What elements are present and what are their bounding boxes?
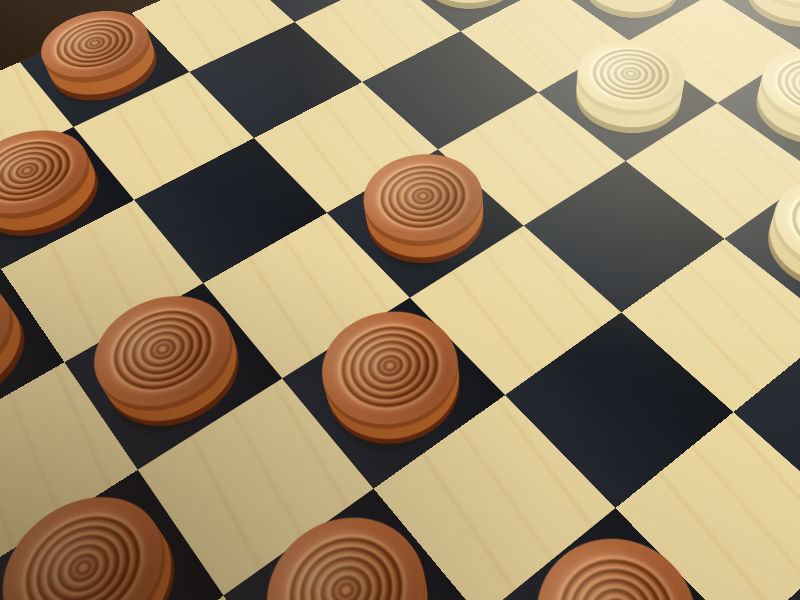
board <box>0 0 800 600</box>
board-photo <box>0 0 800 600</box>
